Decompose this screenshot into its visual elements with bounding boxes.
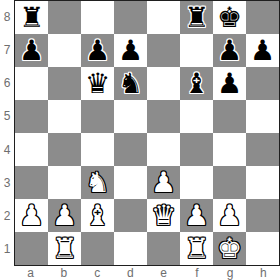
piece-black-rook[interactable]: ♜ bbox=[184, 1, 209, 34]
square-a7[interactable]: ♟ bbox=[15, 34, 48, 67]
square-b4[interactable] bbox=[48, 133, 81, 166]
square-h6[interactable] bbox=[246, 67, 279, 100]
square-g1[interactable]: ♚ bbox=[213, 232, 246, 265]
file-label-d: d bbox=[114, 266, 147, 280]
file-label-b: b bbox=[47, 266, 80, 280]
square-c7[interactable]: ♟ bbox=[81, 34, 114, 67]
square-c2[interactable]: ♝ bbox=[81, 199, 114, 232]
square-g7[interactable]: ♟ bbox=[213, 34, 246, 67]
rank-label-3: 3 bbox=[0, 166, 14, 199]
square-c5[interactable] bbox=[81, 100, 114, 133]
square-c3[interactable]: ♞ bbox=[81, 166, 114, 199]
square-a1[interactable] bbox=[15, 232, 48, 265]
rank-label-1: 1 bbox=[0, 233, 14, 266]
square-f5[interactable] bbox=[180, 100, 213, 133]
square-h8[interactable] bbox=[246, 1, 279, 34]
square-c4[interactable] bbox=[81, 133, 114, 166]
piece-black-pawn[interactable]: ♟ bbox=[217, 67, 242, 100]
square-a6[interactable] bbox=[15, 67, 48, 100]
chess-board: ♜♜♚♟♟♟♟♟♛♞♝♟♞♟♟♟♝♛♟♟♜♜♚ bbox=[14, 0, 280, 266]
square-d5[interactable] bbox=[114, 100, 147, 133]
square-g4[interactable] bbox=[213, 133, 246, 166]
square-b6[interactable] bbox=[48, 67, 81, 100]
piece-white-bishop[interactable]: ♝ bbox=[85, 199, 110, 232]
square-g2[interactable]: ♟ bbox=[213, 199, 246, 232]
square-f4[interactable] bbox=[180, 133, 213, 166]
file-labels: abcdefgh bbox=[14, 266, 280, 280]
piece-black-knight[interactable]: ♞ bbox=[118, 67, 143, 100]
file-label-e: e bbox=[147, 266, 180, 280]
piece-black-rook[interactable]: ♜ bbox=[19, 1, 44, 34]
piece-black-pawn[interactable]: ♟ bbox=[217, 34, 242, 67]
square-g6[interactable]: ♟ bbox=[213, 67, 246, 100]
piece-white-pawn[interactable]: ♟ bbox=[52, 199, 77, 232]
piece-white-king[interactable]: ♚ bbox=[217, 232, 242, 265]
square-g3[interactable] bbox=[213, 166, 246, 199]
file-label-g: g bbox=[214, 266, 247, 280]
piece-white-knight[interactable]: ♞ bbox=[85, 166, 110, 199]
square-h7[interactable]: ♟ bbox=[246, 34, 279, 67]
file-label-f: f bbox=[180, 266, 213, 280]
rank-label-5: 5 bbox=[0, 100, 14, 133]
square-e7[interactable] bbox=[147, 34, 180, 67]
square-b3[interactable] bbox=[48, 166, 81, 199]
piece-white-pawn[interactable]: ♟ bbox=[151, 166, 176, 199]
square-d7[interactable]: ♟ bbox=[114, 34, 147, 67]
rank-label-2: 2 bbox=[0, 200, 14, 233]
square-g5[interactable] bbox=[213, 100, 246, 133]
square-f3[interactable] bbox=[180, 166, 213, 199]
file-label-c: c bbox=[81, 266, 114, 280]
square-e1[interactable] bbox=[147, 232, 180, 265]
piece-white-rook[interactable]: ♜ bbox=[52, 232, 77, 265]
square-d6[interactable]: ♞ bbox=[114, 67, 147, 100]
square-d8[interactable] bbox=[114, 1, 147, 34]
square-d4[interactable] bbox=[114, 133, 147, 166]
square-b7[interactable] bbox=[48, 34, 81, 67]
square-h1[interactable] bbox=[246, 232, 279, 265]
rank-label-4: 4 bbox=[0, 133, 14, 166]
square-b2[interactable]: ♟ bbox=[48, 199, 81, 232]
square-e3[interactable]: ♟ bbox=[147, 166, 180, 199]
square-a3[interactable] bbox=[15, 166, 48, 199]
square-a8[interactable]: ♜ bbox=[15, 1, 48, 34]
piece-black-pawn[interactable]: ♟ bbox=[118, 34, 143, 67]
piece-black-bishop[interactable]: ♝ bbox=[184, 67, 209, 100]
square-c6[interactable]: ♛ bbox=[81, 67, 114, 100]
piece-white-queen[interactable]: ♛ bbox=[151, 199, 176, 232]
rank-label-6: 6 bbox=[0, 67, 14, 100]
square-c8[interactable] bbox=[81, 1, 114, 34]
square-f6[interactable]: ♝ bbox=[180, 67, 213, 100]
piece-black-king[interactable]: ♚ bbox=[217, 1, 242, 34]
rank-label-7: 7 bbox=[0, 33, 14, 66]
square-h2[interactable] bbox=[246, 199, 279, 232]
square-a5[interactable] bbox=[15, 100, 48, 133]
square-h4[interactable] bbox=[246, 133, 279, 166]
piece-white-pawn[interactable]: ♟ bbox=[19, 199, 44, 232]
piece-black-queen[interactable]: ♛ bbox=[85, 67, 110, 100]
square-e2[interactable]: ♛ bbox=[147, 199, 180, 232]
piece-white-rook[interactable]: ♜ bbox=[184, 232, 209, 265]
square-e6[interactable] bbox=[147, 67, 180, 100]
square-f1[interactable]: ♜ bbox=[180, 232, 213, 265]
square-d3[interactable] bbox=[114, 166, 147, 199]
square-a2[interactable]: ♟ bbox=[15, 199, 48, 232]
piece-black-pawn[interactable]: ♟ bbox=[250, 34, 275, 67]
rank-label-8: 8 bbox=[0, 0, 14, 33]
square-g8[interactable]: ♚ bbox=[213, 1, 246, 34]
square-f8[interactable]: ♜ bbox=[180, 1, 213, 34]
rank-labels: 87654321 bbox=[0, 0, 14, 266]
piece-white-pawn[interactable]: ♟ bbox=[184, 199, 209, 232]
square-d1[interactable] bbox=[114, 232, 147, 265]
file-label-a: a bbox=[14, 266, 47, 280]
piece-white-pawn[interactable]: ♟ bbox=[217, 199, 242, 232]
square-e8[interactable] bbox=[147, 1, 180, 34]
square-b5[interactable] bbox=[48, 100, 81, 133]
square-e4[interactable] bbox=[147, 133, 180, 166]
file-label-h: h bbox=[247, 266, 280, 280]
square-c1[interactable] bbox=[81, 232, 114, 265]
square-f7[interactable] bbox=[180, 34, 213, 67]
chess-diagram: 87654321 ♜♜♚♟♟♟♟♟♛♞♝♟♞♟♟♟♝♛♟♟♜♜♚ abcdefg… bbox=[0, 0, 280, 280]
square-h5[interactable] bbox=[246, 100, 279, 133]
square-d2[interactable] bbox=[114, 199, 147, 232]
square-e5[interactable] bbox=[147, 100, 180, 133]
square-a4[interactable] bbox=[15, 133, 48, 166]
piece-black-pawn[interactable]: ♟ bbox=[19, 34, 44, 67]
square-b8[interactable] bbox=[48, 1, 81, 34]
square-h3[interactable] bbox=[246, 166, 279, 199]
square-b1[interactable]: ♜ bbox=[48, 232, 81, 265]
piece-black-pawn[interactable]: ♟ bbox=[85, 34, 110, 67]
square-f2[interactable]: ♟ bbox=[180, 199, 213, 232]
